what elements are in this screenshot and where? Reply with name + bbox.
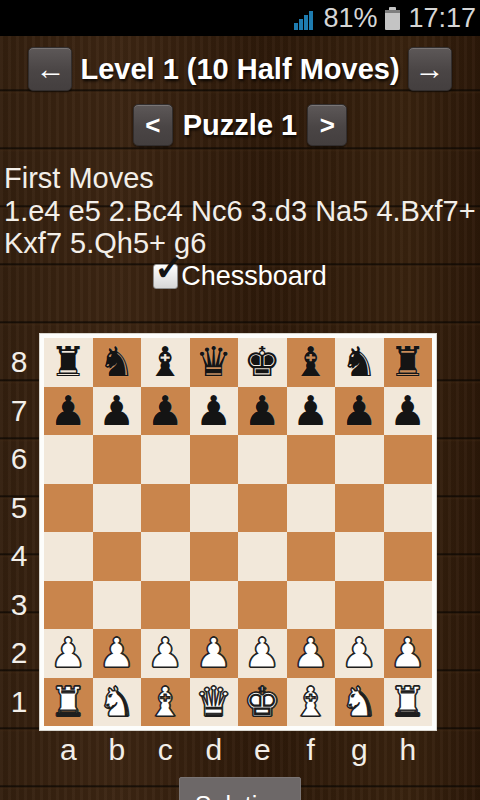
square-f7[interactable]: ♟ <box>287 387 336 436</box>
square-a2[interactable]: ♟ <box>44 629 93 678</box>
rank-label-4: 4 <box>0 532 38 581</box>
rank-label-5: 5 <box>0 484 38 533</box>
square-f5[interactable] <box>287 484 336 533</box>
square-d5[interactable] <box>190 484 239 533</box>
square-e4[interactable] <box>238 532 287 581</box>
battery-icon <box>385 10 400 30</box>
square-d1[interactable]: ♛ <box>190 678 239 727</box>
file-label-b: b <box>93 732 142 768</box>
square-h4[interactable] <box>384 532 433 581</box>
piece-white-king: ♚ <box>244 678 281 726</box>
file-label-e: e <box>238 732 287 768</box>
square-g8[interactable]: ♞ <box>335 338 384 387</box>
chessboard-checkbox-label: Chessboard <box>181 261 327 292</box>
file-labels: abcdefgh <box>44 732 432 768</box>
piece-white-pawn: ♟ <box>292 629 329 677</box>
square-g7[interactable]: ♟ <box>335 387 384 436</box>
rank-label-7: 7 <box>0 387 38 436</box>
piece-black-pawn: ♟ <box>98 387 135 435</box>
piece-white-pawn: ♟ <box>147 629 184 677</box>
square-c3[interactable] <box>141 581 190 630</box>
chessboard-frame: ♜♞♝♛♚♝♞♜♟♟♟♟♟♟♟♟♟♟♟♟♟♟♟♟♜♞♝♛♚♝♞♜ <box>40 334 436 730</box>
file-label-d: d <box>190 732 239 768</box>
square-e5[interactable] <box>238 484 287 533</box>
square-h1[interactable]: ♜ <box>384 678 433 727</box>
square-g2[interactable]: ♟ <box>335 629 384 678</box>
rank-label-8: 8 <box>0 338 38 387</box>
square-d4[interactable] <box>190 532 239 581</box>
status-bar: 81% 17:17 <box>0 0 480 36</box>
piece-white-pawn: ♟ <box>195 629 232 677</box>
square-d2[interactable]: ♟ <box>190 629 239 678</box>
battery-percent: 81% <box>323 5 377 32</box>
piece-white-pawn: ♟ <box>389 629 426 677</box>
square-f8[interactable]: ♝ <box>287 338 336 387</box>
chessboard-checkbox[interactable]: ✓ <box>153 264 178 289</box>
square-g6[interactable] <box>335 435 384 484</box>
square-g1[interactable]: ♞ <box>335 678 384 727</box>
square-b3[interactable] <box>93 581 142 630</box>
next-level-button[interactable]: → <box>408 47 452 91</box>
chevron-left-icon: < <box>145 110 160 141</box>
piece-black-bishop: ♝ <box>147 338 184 386</box>
square-a5[interactable] <box>44 484 93 533</box>
clock: 17:17 <box>408 5 476 32</box>
file-label-c: c <box>141 732 190 768</box>
chessboard-toggle-row: ✓ Chessboard <box>0 261 480 292</box>
previous-level-button[interactable]: ← <box>28 47 72 91</box>
piece-white-bishop: ♝ <box>147 678 184 726</box>
piece-black-rook: ♜ <box>389 338 426 386</box>
square-e7[interactable]: ♟ <box>238 387 287 436</box>
file-label-g: g <box>335 732 384 768</box>
square-a6[interactable] <box>44 435 93 484</box>
square-g4[interactable] <box>335 532 384 581</box>
square-c2[interactable]: ♟ <box>141 629 190 678</box>
square-b7[interactable]: ♟ <box>93 387 142 436</box>
square-h7[interactable]: ♟ <box>384 387 433 436</box>
square-d3[interactable] <box>190 581 239 630</box>
piece-black-pawn: ♟ <box>147 387 184 435</box>
square-a7[interactable]: ♟ <box>44 387 93 436</box>
checkmark-icon: ✓ <box>154 250 183 285</box>
piece-black-pawn: ♟ <box>244 387 281 435</box>
piece-black-knight: ♞ <box>98 338 135 386</box>
square-g3[interactable] <box>335 581 384 630</box>
square-e8[interactable]: ♚ <box>238 338 287 387</box>
next-puzzle-button[interactable]: > <box>307 104 347 146</box>
piece-white-pawn: ♟ <box>98 629 135 677</box>
piece-black-pawn: ♟ <box>50 387 87 435</box>
square-a4[interactable] <box>44 532 93 581</box>
square-h2[interactable]: ♟ <box>384 629 433 678</box>
piece-black-rook: ♜ <box>50 338 87 386</box>
left-arrow-icon: ← <box>35 52 65 86</box>
square-a3[interactable] <box>44 581 93 630</box>
square-d8[interactable]: ♛ <box>190 338 239 387</box>
piece-white-queen: ♛ <box>195 678 232 726</box>
square-b4[interactable] <box>93 532 142 581</box>
piece-black-king: ♚ <box>244 338 281 386</box>
square-d7[interactable]: ♟ <box>190 387 239 436</box>
piece-white-pawn: ♟ <box>50 629 87 677</box>
file-label-a: a <box>44 732 93 768</box>
square-b8[interactable]: ♞ <box>93 338 142 387</box>
square-f6[interactable] <box>287 435 336 484</box>
level-bar: ← Level 1 (10 Half Moves) → <box>0 46 480 92</box>
first-moves-block: First Moves 1.e4 e5 2.Bc4 Nc6 3.d3 Na5 4… <box>4 162 478 259</box>
solution-button-label: Solution <box>195 791 285 800</box>
piece-black-queen: ♛ <box>195 338 232 386</box>
file-label-f: f <box>287 732 336 768</box>
square-b5[interactable] <box>93 484 142 533</box>
first-moves-heading: First Moves <box>4 162 478 195</box>
rank-label-6: 6 <box>0 435 38 484</box>
piece-white-knight: ♞ <box>98 678 135 726</box>
square-f2[interactable]: ♟ <box>287 629 336 678</box>
chessboard: ♜♞♝♛♚♝♞♜♟♟♟♟♟♟♟♟♟♟♟♟♟♟♟♟♜♞♝♛♚♝♞♜ <box>44 338 432 726</box>
square-f1[interactable]: ♝ <box>287 678 336 727</box>
piece-black-bishop: ♝ <box>292 338 329 386</box>
square-c4[interactable] <box>141 532 190 581</box>
piece-white-pawn: ♟ <box>244 629 281 677</box>
square-e1[interactable]: ♚ <box>238 678 287 727</box>
piece-black-pawn: ♟ <box>292 387 329 435</box>
previous-puzzle-button[interactable]: < <box>133 104 173 146</box>
square-g5[interactable] <box>335 484 384 533</box>
square-h6[interactable] <box>384 435 433 484</box>
piece-black-pawn: ♟ <box>341 387 378 435</box>
square-h8[interactable]: ♜ <box>384 338 433 387</box>
chevron-right-icon: > <box>320 110 335 141</box>
square-b2[interactable]: ♟ <box>93 629 142 678</box>
square-e3[interactable] <box>238 581 287 630</box>
right-arrow-icon: → <box>415 52 445 86</box>
square-c5[interactable] <box>141 484 190 533</box>
square-c1[interactable]: ♝ <box>141 678 190 727</box>
square-c7[interactable]: ♟ <box>141 387 190 436</box>
level-title: Level 1 (10 Half Moves) <box>80 53 399 86</box>
square-e2[interactable]: ♟ <box>238 629 287 678</box>
piece-black-pawn: ♟ <box>195 387 232 435</box>
signal-strength-icon <box>294 6 313 30</box>
square-h3[interactable] <box>384 581 433 630</box>
piece-white-rook: ♜ <box>50 678 87 726</box>
square-c6[interactable] <box>141 435 190 484</box>
rank-label-3: 3 <box>0 581 38 630</box>
square-a1[interactable]: ♜ <box>44 678 93 727</box>
square-h5[interactable] <box>384 484 433 533</box>
piece-black-knight: ♞ <box>341 338 378 386</box>
piece-white-rook: ♜ <box>389 678 426 726</box>
square-f4[interactable] <box>287 532 336 581</box>
square-b1[interactable]: ♞ <box>93 678 142 727</box>
puzzle-bar: < Puzzle 1 > <box>0 103 480 147</box>
square-c8[interactable]: ♝ <box>141 338 190 387</box>
puzzle-title: Puzzle 1 <box>183 109 297 142</box>
first-moves-text: 1.e4 e5 2.Bc4 Nc6 3.d3 Na5 4.Bxf7+ Kxf7 … <box>4 195 478 259</box>
square-b6[interactable] <box>93 435 142 484</box>
rank-label-2: 2 <box>0 629 38 678</box>
rank-label-1: 1 <box>0 678 38 727</box>
square-e6[interactable] <box>238 435 287 484</box>
square-f3[interactable] <box>287 581 336 630</box>
solution-button[interactable]: Solution <box>179 777 301 800</box>
square-d6[interactable] <box>190 435 239 484</box>
file-label-h: h <box>384 732 433 768</box>
rank-labels: 87654321 <box>0 338 38 726</box>
square-a8[interactable]: ♜ <box>44 338 93 387</box>
piece-white-pawn: ♟ <box>341 629 378 677</box>
piece-white-bishop: ♝ <box>292 678 329 726</box>
piece-black-pawn: ♟ <box>389 387 426 435</box>
piece-white-knight: ♞ <box>341 678 378 726</box>
